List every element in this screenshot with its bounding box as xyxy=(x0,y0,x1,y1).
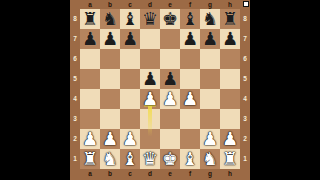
square-h8[interactable]: ♜ xyxy=(220,9,240,29)
rank-label-2: 2 xyxy=(70,129,80,149)
rank-label-8: 8 xyxy=(240,9,250,29)
square-h4[interactable] xyxy=(220,89,240,109)
rank-label-5: 5 xyxy=(70,69,80,89)
piece-black-pawn-b7[interactable]: ♟ xyxy=(100,29,120,49)
square-h1[interactable]: ♜ xyxy=(220,149,240,169)
rank-label-1: 1 xyxy=(70,149,80,169)
piece-black-rook-h8[interactable]: ♜ xyxy=(220,9,240,29)
piece-white-queen-d1[interactable]: ♛ xyxy=(140,149,160,169)
piece-black-bishop-f8[interactable]: ♝ xyxy=(180,9,200,29)
piece-black-knight-b8[interactable]: ♞ xyxy=(100,9,120,29)
rank-label-5: 5 xyxy=(240,69,250,89)
file-label-c: c xyxy=(120,169,140,180)
square-a3[interactable] xyxy=(80,109,100,129)
piece-white-pawn-a2[interactable]: ♟ xyxy=(80,129,100,149)
rank-label-8: 8 xyxy=(70,9,80,29)
square-f2[interactable] xyxy=(180,129,200,149)
square-d4[interactable]: ♟ xyxy=(140,89,160,109)
rank-label-3: 3 xyxy=(70,109,80,129)
square-a5[interactable] xyxy=(80,69,100,89)
square-a1[interactable]: ♜ xyxy=(80,149,100,169)
rank-label-3: 3 xyxy=(240,109,250,129)
square-b6[interactable] xyxy=(100,49,120,69)
piece-white-bishop-c1[interactable]: ♝ xyxy=(120,149,140,169)
square-f1[interactable]: ♝ xyxy=(180,149,200,169)
rank-label-7: 7 xyxy=(240,29,250,49)
piece-black-bishop-c8[interactable]: ♝ xyxy=(120,9,140,29)
video-frame: abcdefgh abcdefgh 87654321 87654321 ♜♞♝♛… xyxy=(0,0,320,180)
square-b4[interactable] xyxy=(100,89,120,109)
square-a2[interactable]: ♟ xyxy=(80,129,100,149)
square-g5[interactable] xyxy=(200,69,220,89)
piece-white-pawn-e4[interactable]: ♟ xyxy=(160,89,180,109)
piece-white-pawn-f4[interactable]: ♟ xyxy=(180,89,200,109)
square-g6[interactable] xyxy=(200,49,220,69)
rank-labels-right: 87654321 xyxy=(240,9,250,169)
square-b1[interactable]: ♞ xyxy=(100,149,120,169)
square-f3[interactable] xyxy=(180,109,200,129)
square-e8[interactable]: ♚ xyxy=(160,9,180,29)
square-d8[interactable]: ♛ xyxy=(140,9,160,29)
piece-black-knight-g8[interactable]: ♞ xyxy=(200,9,220,29)
square-d7[interactable] xyxy=(140,29,160,49)
square-c3[interactable] xyxy=(120,109,140,129)
square-h6[interactable] xyxy=(220,49,240,69)
piece-white-rook-h1[interactable]: ♜ xyxy=(220,149,240,169)
piece-white-pawn-g2[interactable]: ♟ xyxy=(200,129,220,149)
square-c6[interactable] xyxy=(120,49,140,69)
rank-label-1: 1 xyxy=(240,149,250,169)
piece-black-queen-d8[interactable]: ♛ xyxy=(140,9,160,29)
square-c7[interactable]: ♟ xyxy=(120,29,140,49)
square-e1[interactable]: ♚ xyxy=(160,149,180,169)
rank-label-7: 7 xyxy=(70,29,80,49)
square-e5[interactable]: ♟ xyxy=(160,69,180,89)
board-squares: ♜♞♝♛♚♝♞♜♟♟♟♟♟♟♟♟♟♟♟♟♟♟♟♟♜♞♝♛♚♝♞♜ xyxy=(80,9,240,169)
square-a7[interactable]: ♟ xyxy=(80,29,100,49)
piece-black-pawn-d5[interactable]: ♟ xyxy=(140,69,160,89)
rank-label-6: 6 xyxy=(240,49,250,69)
square-b5[interactable] xyxy=(100,69,120,89)
square-b3[interactable] xyxy=(100,109,120,129)
square-f8[interactable]: ♝ xyxy=(180,9,200,29)
square-a8[interactable]: ♜ xyxy=(80,9,100,29)
piece-white-pawn-h2[interactable]: ♟ xyxy=(220,129,240,149)
file-labels-bottom: abcdefgh xyxy=(80,169,240,180)
file-label-e: e xyxy=(160,169,180,180)
square-h5[interactable] xyxy=(220,69,240,89)
piece-black-pawn-c7[interactable]: ♟ xyxy=(120,29,140,49)
file-label-h: h xyxy=(220,169,240,180)
square-f6[interactable] xyxy=(180,49,200,69)
square-d2[interactable] xyxy=(140,129,160,149)
piece-white-knight-b1[interactable]: ♞ xyxy=(100,149,120,169)
square-a4[interactable] xyxy=(80,89,100,109)
square-b8[interactable]: ♞ xyxy=(100,9,120,29)
piece-black-pawn-a7[interactable]: ♟ xyxy=(80,29,100,49)
square-g3[interactable] xyxy=(200,109,220,129)
square-h2[interactable]: ♟ xyxy=(220,129,240,149)
piece-white-bishop-f1[interactable]: ♝ xyxy=(180,149,200,169)
file-label-b: b xyxy=(100,169,120,180)
square-a6[interactable] xyxy=(80,49,100,69)
square-g1[interactable]: ♞ xyxy=(200,149,220,169)
square-h7[interactable]: ♟ xyxy=(220,29,240,49)
piece-black-king-e8[interactable]: ♚ xyxy=(160,9,180,29)
file-label-g: g xyxy=(200,169,220,180)
square-c5[interactable] xyxy=(120,69,140,89)
rank-label-2: 2 xyxy=(240,129,250,149)
piece-white-knight-g1[interactable]: ♞ xyxy=(200,149,220,169)
square-g4[interactable] xyxy=(200,89,220,109)
piece-white-pawn-c2[interactable]: ♟ xyxy=(120,129,140,149)
square-d1[interactable]: ♛ xyxy=(140,149,160,169)
square-g2[interactable]: ♟ xyxy=(200,129,220,149)
rank-label-4: 4 xyxy=(70,89,80,109)
square-d6[interactable] xyxy=(140,49,160,69)
square-g7[interactable]: ♟ xyxy=(200,29,220,49)
square-c4[interactable] xyxy=(120,89,140,109)
piece-black-pawn-e5[interactable]: ♟ xyxy=(160,69,180,89)
rank-label-4: 4 xyxy=(240,89,250,109)
chess-board: abcdefgh abcdefgh 87654321 87654321 ♜♞♝♛… xyxy=(70,0,250,180)
square-f4[interactable]: ♟ xyxy=(180,89,200,109)
square-d5[interactable]: ♟ xyxy=(140,69,160,89)
piece-white-pawn-b2[interactable]: ♟ xyxy=(100,129,120,149)
piece-black-pawn-h7[interactable]: ♟ xyxy=(220,29,240,49)
piece-black-pawn-g7[interactable]: ♟ xyxy=(200,29,220,49)
file-label-d: d xyxy=(140,169,160,180)
square-d3[interactable] xyxy=(140,109,160,129)
piece-white-rook-a1[interactable]: ♜ xyxy=(80,149,100,169)
square-e4[interactable]: ♟ xyxy=(160,89,180,109)
square-c8[interactable]: ♝ xyxy=(120,9,140,29)
square-f7[interactable]: ♟ xyxy=(180,29,200,49)
piece-black-pawn-f7[interactable]: ♟ xyxy=(180,29,200,49)
square-c1[interactable]: ♝ xyxy=(120,149,140,169)
square-e3[interactable] xyxy=(160,109,180,129)
piece-white-pawn-d4[interactable]: ♟ xyxy=(140,89,160,109)
square-f5[interactable] xyxy=(180,69,200,89)
rank-labels-left: 87654321 xyxy=(70,9,80,169)
piece-white-king-e1[interactable]: ♚ xyxy=(160,149,180,169)
square-h3[interactable] xyxy=(220,109,240,129)
square-e2[interactable] xyxy=(160,129,180,149)
square-b7[interactable]: ♟ xyxy=(100,29,120,49)
square-b2[interactable]: ♟ xyxy=(100,129,120,149)
corner-marker xyxy=(243,1,249,7)
square-e7[interactable] xyxy=(160,29,180,49)
piece-black-rook-a8[interactable]: ♜ xyxy=(80,9,100,29)
square-e6[interactable] xyxy=(160,49,180,69)
square-c2[interactable]: ♟ xyxy=(120,129,140,149)
square-g8[interactable]: ♞ xyxy=(200,9,220,29)
rank-label-6: 6 xyxy=(70,49,80,69)
file-label-f: f xyxy=(180,169,200,180)
file-label-a: a xyxy=(80,169,100,180)
